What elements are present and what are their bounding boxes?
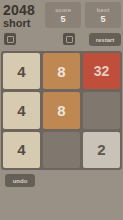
square-icon bbox=[7, 36, 14, 43]
best-label: best bbox=[97, 7, 109, 13]
score-box: score 5 bbox=[45, 2, 81, 28]
board-grid[interactable]: 4 8 32 4 8 4 2 bbox=[1, 51, 122, 170]
score-value: 5 bbox=[60, 14, 65, 24]
game-title-line1: 2048 bbox=[3, 3, 35, 18]
restart-button[interactable]: restart bbox=[89, 33, 121, 46]
tile-cell-r2c1 bbox=[43, 132, 80, 168]
game-title: 2048 short bbox=[3, 3, 35, 29]
tile-cell-r0c0: 4 bbox=[3, 53, 40, 89]
game-2048-app: 2048 short score 5 best 5 restart 4 8 32… bbox=[0, 0, 123, 220]
tile-cell-r1c0: 4 bbox=[3, 92, 40, 128]
tile-cell-r1c2 bbox=[83, 92, 120, 128]
game-title-line2: short bbox=[3, 18, 35, 30]
icon-button-left[interactable] bbox=[4, 33, 16, 45]
best-value: 5 bbox=[100, 14, 105, 24]
tile-cell-r2c0: 4 bbox=[3, 132, 40, 168]
undo-button[interactable]: undo bbox=[5, 174, 35, 187]
best-box: best 5 bbox=[85, 2, 121, 28]
tile-cell-r2c2: 2 bbox=[83, 132, 120, 168]
icon-button-right[interactable] bbox=[63, 33, 75, 45]
tile-cell-r1c1: 8 bbox=[43, 92, 80, 128]
square-icon bbox=[66, 36, 73, 43]
tile-cell-r0c2: 32 bbox=[83, 53, 120, 89]
tile-cell-r0c1: 8 bbox=[43, 53, 80, 89]
score-label: score bbox=[55, 7, 71, 13]
